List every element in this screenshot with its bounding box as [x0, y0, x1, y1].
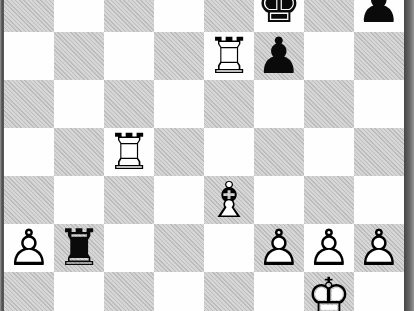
square-f4[interactable]: [254, 128, 304, 176]
white-king-outline: ♔: [307, 267, 352, 311]
white-pawn-outline: ♙: [257, 219, 302, 277]
square-e2[interactable]: [204, 224, 254, 272]
chess-board: ♚♟♜♖♟♜♖♝♗♟♙♜♟♙♟♙♟♙♚♔: [4, 0, 404, 311]
black-king[interactable]: ♚: [257, 0, 302, 30]
white-rook-outline: ♖: [107, 123, 152, 181]
square-f6[interactable]: ♟: [254, 32, 304, 80]
square-c2[interactable]: [104, 224, 154, 272]
square-c6[interactable]: [104, 32, 154, 80]
square-g7[interactable]: [304, 0, 354, 32]
square-b7[interactable]: [54, 0, 104, 32]
square-d3[interactable]: [154, 176, 204, 224]
square-a4[interactable]: [4, 128, 54, 176]
square-b4[interactable]: [54, 128, 104, 176]
square-e3[interactable]: ♝♗: [204, 176, 254, 224]
square-h3[interactable]: [354, 176, 404, 224]
square-g4[interactable]: [304, 128, 354, 176]
black-rook[interactable]: ♜: [57, 223, 102, 273]
square-f5[interactable]: [254, 80, 304, 128]
square-e4[interactable]: [204, 128, 254, 176]
square-c7[interactable]: [104, 0, 154, 32]
board-left-border: [0, 0, 4, 311]
square-e6[interactable]: ♜♖: [204, 32, 254, 80]
square-f3[interactable]: [254, 176, 304, 224]
square-f2[interactable]: ♟♙: [254, 224, 304, 272]
square-d7[interactable]: [154, 0, 204, 32]
square-g3[interactable]: [304, 176, 354, 224]
square-b2[interactable]: ♜: [54, 224, 104, 272]
square-d4[interactable]: [154, 128, 204, 176]
white-bishop-outline: ♗: [207, 171, 252, 229]
white-rook[interactable]: ♜♖: [107, 127, 152, 177]
board-right-border: [404, 0, 414, 311]
square-c3[interactable]: [104, 176, 154, 224]
square-a2[interactable]: ♟♙: [4, 224, 54, 272]
square-d5[interactable]: [154, 80, 204, 128]
square-a6[interactable]: [4, 32, 54, 80]
square-d6[interactable]: [154, 32, 204, 80]
white-bishop[interactable]: ♝♗: [207, 175, 252, 225]
square-g6[interactable]: [304, 32, 354, 80]
black-pawn[interactable]: ♟: [257, 31, 302, 81]
square-c4[interactable]: ♜♖: [104, 128, 154, 176]
square-c1[interactable]: [104, 272, 154, 311]
square-e5[interactable]: [204, 80, 254, 128]
square-a1[interactable]: [4, 272, 54, 311]
square-h1[interactable]: [354, 272, 404, 311]
white-pawn[interactable]: ♟♙: [307, 223, 352, 273]
square-a5[interactable]: [4, 80, 54, 128]
white-pawn[interactable]: ♟♙: [257, 223, 302, 273]
square-b5[interactable]: [54, 80, 104, 128]
square-g1[interactable]: ♚♔: [304, 272, 354, 311]
white-rook-outline: ♖: [207, 27, 252, 85]
square-a3[interactable]: [4, 176, 54, 224]
white-rook[interactable]: ♜♖: [207, 31, 252, 81]
square-a7[interactable]: [4, 0, 54, 32]
square-h5[interactable]: [354, 80, 404, 128]
black-pawn[interactable]: ♟: [357, 0, 402, 30]
chess-app-window: ♚♟♜♖♟♜♖♝♗♟♙♜♟♙♟♙♟♙♚♔: [0, 0, 414, 311]
square-h4[interactable]: [354, 128, 404, 176]
white-pawn[interactable]: ♟♙: [357, 223, 402, 273]
square-c5[interactable]: [104, 80, 154, 128]
square-d2[interactable]: [154, 224, 204, 272]
square-f1[interactable]: [254, 272, 304, 311]
square-h2[interactable]: ♟♙: [354, 224, 404, 272]
white-pawn-outline: ♙: [7, 219, 52, 277]
square-b1[interactable]: [54, 272, 104, 311]
square-h7[interactable]: ♟: [354, 0, 404, 32]
white-king[interactable]: ♚♔: [307, 271, 352, 311]
square-d1[interactable]: [154, 272, 204, 311]
square-g5[interactable]: [304, 80, 354, 128]
square-b6[interactable]: [54, 32, 104, 80]
square-e1[interactable]: [204, 272, 254, 311]
white-pawn-outline: ♙: [357, 219, 402, 277]
square-g2[interactable]: ♟♙: [304, 224, 354, 272]
square-b3[interactable]: [54, 176, 104, 224]
white-pawn[interactable]: ♟♙: [7, 223, 52, 273]
square-h6[interactable]: [354, 32, 404, 80]
